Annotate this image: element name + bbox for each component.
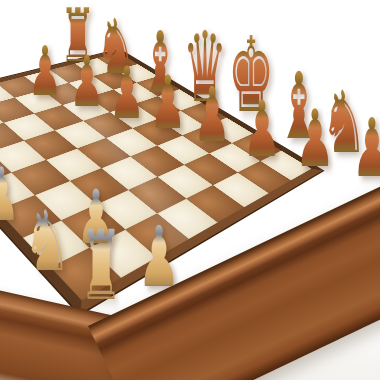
black-pawn-a7[interactable]: ♟ [28,38,62,106]
black-pawn-b7[interactable]: ♟ [70,47,105,117]
white-rook-h1[interactable]: ♜ [79,217,122,313]
black-pawn-h7[interactable]: ♟ [352,108,380,189]
chess-set-photo: ♜♞♝♛♚♝♞♟♟♟♟♟♟♟♟♟♟♞♟♜ [0,0,380,380]
black-pawn-g7[interactable]: ♟ [295,100,334,179]
black-pawn-c7[interactable]: ♟ [109,57,145,129]
black-pawn-d7[interactable]: ♟ [150,67,187,141]
black-pawn-f7[interactable]: ♟ [243,92,282,169]
white-pawn-f2[interactable]: ♟ [0,159,20,233]
black-pawn-e7[interactable]: ♟ [193,78,231,154]
white-knight-g1[interactable]: ♞ [23,200,71,284]
white-pawn-h2[interactable]: ♟ [137,214,180,298]
